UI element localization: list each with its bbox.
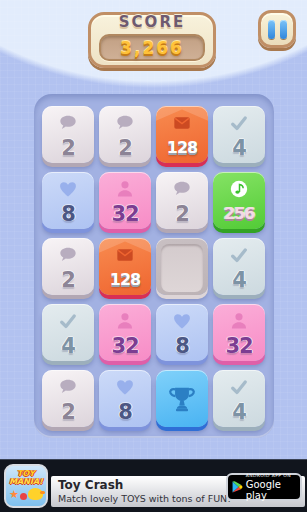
tile-value: 32 xyxy=(225,333,252,359)
tile-value: 2 xyxy=(118,135,132,161)
tile-r4c3[interactable]: 8 xyxy=(156,304,208,361)
ad-icon-title-2: MANIA! xyxy=(9,478,43,486)
tile-r1c4[interactable]: 4 xyxy=(213,106,265,163)
speech-bubble-icon xyxy=(57,111,79,135)
score-value: 3,266 xyxy=(120,38,184,58)
speech-bubble-icon xyxy=(114,111,136,135)
tile-r1c3[interactable]: 128 xyxy=(156,106,208,163)
score-panel: SCORE 3,266 xyxy=(88,12,216,68)
tile-r3c1[interactable]: 2 xyxy=(42,238,94,295)
tile-r5c1[interactable]: 2 xyxy=(42,370,94,427)
checkmark-icon xyxy=(228,111,250,135)
heart-icon xyxy=(171,309,193,333)
ball-icon xyxy=(20,493,27,500)
ad-text-panel[interactable]: Toy Crash Match lovely TOYS with tons of… xyxy=(51,476,305,507)
ad-title: Toy Crash xyxy=(58,478,123,492)
checkmark-icon xyxy=(57,309,79,333)
tile-r3c4[interactable]: 4 xyxy=(213,238,265,295)
heart-icon xyxy=(114,375,136,399)
tile-r4c2[interactable]: 32 xyxy=(99,304,151,361)
tile-r4c4[interactable]: 32 xyxy=(213,304,265,361)
ad-subtitle: Match lovely TOYS with tons of FUN! xyxy=(58,493,231,504)
board-grid[interactable]: 221284832225621284432832284 xyxy=(42,106,265,431)
tile-value: 4 xyxy=(232,267,246,293)
score-box: 3,266 xyxy=(99,34,205,61)
pause-icon xyxy=(268,20,275,39)
envelope-icon xyxy=(171,111,193,135)
tile-r3c3-empty[interactable] xyxy=(156,238,208,295)
tile-value: 32 xyxy=(111,333,138,359)
tile-value: 256 xyxy=(224,201,254,227)
person-icon xyxy=(228,309,250,333)
speech-bubble-icon xyxy=(171,177,193,201)
board-panel: 221284832225621284432832284 xyxy=(34,94,274,438)
tile-value: 4 xyxy=(232,135,246,161)
toys-illustration: ★ xyxy=(9,488,43,500)
tile-value: 2 xyxy=(61,399,75,425)
tile-value: 8 xyxy=(61,201,75,227)
tile-r5c3[interactable] xyxy=(156,370,208,427)
tile-value: 128 xyxy=(110,267,140,293)
speech-bubble-icon xyxy=(57,375,79,399)
star-icon: ★ xyxy=(9,490,19,500)
game-screen: SCORE 3,266 221284832225621284432832284 … xyxy=(0,0,307,512)
google-play-badge[interactable]: ANDROID APP ON Google play xyxy=(226,473,302,501)
tile-value: 2 xyxy=(175,201,189,227)
checkmark-icon xyxy=(228,375,250,399)
tile-value: 4 xyxy=(232,399,246,425)
trophy-icon xyxy=(166,381,198,417)
pause-button[interactable] xyxy=(258,10,296,48)
envelope-icon xyxy=(114,243,136,267)
tile-value: 32 xyxy=(111,201,138,227)
tile-r2c2[interactable]: 32 xyxy=(99,172,151,229)
google-play-icon xyxy=(231,480,244,494)
tile-r2c3[interactable]: 2 xyxy=(156,172,208,229)
tile-value: 4 xyxy=(61,333,75,359)
tile-r1c2[interactable]: 2 xyxy=(99,106,151,163)
tile-value: 8 xyxy=(118,399,132,425)
ad-banner[interactable]: TOY MANIA! ★ Toy Crash Match lovely TOYS… xyxy=(0,459,307,512)
tile-r5c4[interactable]: 4 xyxy=(213,370,265,427)
duck-icon xyxy=(28,488,43,500)
tile-value: 8 xyxy=(175,333,189,359)
tile-r1c1[interactable]: 2 xyxy=(42,106,94,163)
checkmark-icon xyxy=(228,243,250,267)
tile-r2c1[interactable]: 8 xyxy=(42,172,94,229)
music-note-icon xyxy=(228,177,250,201)
ad-app-icon[interactable]: TOY MANIA! ★ xyxy=(4,464,48,508)
person-icon xyxy=(114,177,136,201)
badge-google-play: Google play xyxy=(246,479,300,501)
tile-value: 2 xyxy=(61,135,75,161)
person-icon xyxy=(114,309,136,333)
tile-r5c2[interactable]: 8 xyxy=(99,370,151,427)
tile-r3c2[interactable]: 128 xyxy=(99,238,151,295)
empty-slot xyxy=(161,244,203,292)
heart-icon xyxy=(57,177,79,201)
tile-value: 2 xyxy=(61,267,75,293)
tile-value: 128 xyxy=(167,135,197,161)
tile-r2c4[interactable]: 256 xyxy=(213,172,265,229)
score-label: SCORE xyxy=(91,13,213,31)
speech-bubble-icon xyxy=(57,243,79,267)
tile-r4c1[interactable]: 4 xyxy=(42,304,94,361)
pause-icon xyxy=(280,20,287,39)
